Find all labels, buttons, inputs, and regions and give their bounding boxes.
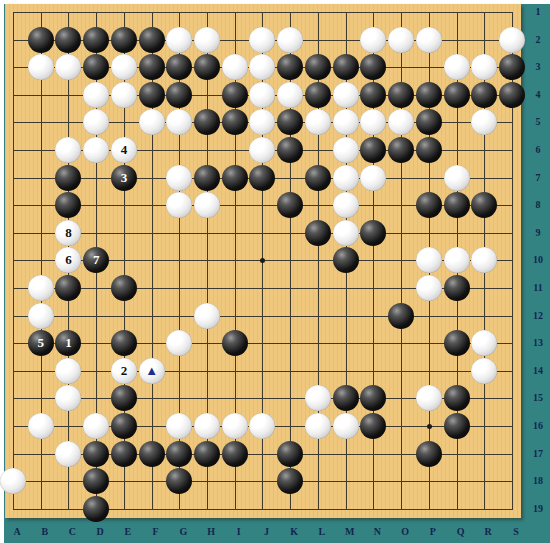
stone-black-L7 [305,165,331,191]
stone-white-C15 [55,385,81,411]
stone-white-G2 [166,27,192,53]
stone-black-N4 [360,82,386,108]
stone-black-D19 [83,496,109,522]
stone-black-Q11 [444,275,470,301]
stone-white-J5 [249,109,275,135]
stone-white-C10: 6 [55,247,81,273]
stone-black-O12 [388,303,414,329]
stone-black-M10 [333,247,359,273]
stone-white-O2 [388,27,414,53]
stone-black-E15 [111,385,137,411]
stone-white-K4 [277,82,303,108]
row-label-18: 18 [528,475,548,486]
row-label-19: 19 [528,503,548,514]
stone-black-P17 [416,441,442,467]
row-label-12: 12 [528,310,548,321]
stone-white-E3 [111,54,137,80]
stone-black-Q8 [444,192,470,218]
column-label-O: O [395,526,415,537]
stone-white-D6 [83,137,109,163]
stone-black-Q15 [444,385,470,411]
stone-black-D2 [83,27,109,53]
row-label-3: 3 [528,61,548,72]
stone-white-C3 [55,54,81,80]
stone-black-Q13 [444,330,470,356]
stone-black-H17 [194,441,220,467]
stone-black-Q16 [444,413,470,439]
row-label-6: 6 [528,144,548,155]
stone-white-B12 [28,303,54,329]
stone-white-S2 [499,27,525,53]
stone-white-N2 [360,27,386,53]
stone-black-S3 [499,54,525,80]
stone-white-M5 [333,109,359,135]
column-label-N: N [367,526,387,537]
row-label-15: 15 [528,392,548,403]
stone-white-J4 [249,82,275,108]
stone-white-C6 [55,137,81,163]
stone-black-K6 [277,137,303,163]
stone-white-K2 [277,27,303,53]
stone-white-F14: ▲ [139,358,165,384]
row-label-8: 8 [528,199,548,210]
stone-white-I16 [222,413,248,439]
stone-black-D17 [83,441,109,467]
stone-white-O5 [388,109,414,135]
stone-white-R10 [471,247,497,273]
stone-black-G18 [166,468,192,494]
column-label-Q: Q [451,526,471,537]
star-point [427,424,432,429]
go-game-screenshot: 43867512▲ ABCDEFGHIJKLMNOPQRS12345678910… [0,0,550,543]
stone-black-E13 [111,330,137,356]
stone-white-P11 [416,275,442,301]
stone-black-C8 [55,192,81,218]
stone-white-R14 [471,358,497,384]
stone-black-P6 [416,137,442,163]
column-label-F: F [146,526,166,537]
row-label-4: 4 [528,89,548,100]
stone-white-R5 [471,109,497,135]
stone-white-M7 [333,165,359,191]
stone-black-N6 [360,137,386,163]
stone-black-E2 [111,27,137,53]
stone-black-K5 [277,109,303,135]
stone-black-N16 [360,413,386,439]
column-label-A: A [7,526,27,537]
row-label-1: 1 [528,6,548,17]
stone-black-P8 [416,192,442,218]
stone-black-D3 [83,54,109,80]
stone-white-B3 [28,54,54,80]
stone-white-H12 [194,303,220,329]
stone-black-C7 [55,165,81,191]
stone-black-K3 [277,54,303,80]
stone-black-E17 [111,441,137,467]
stone-white-R3 [471,54,497,80]
row-label-2: 2 [528,34,548,45]
stone-black-R8 [471,192,497,218]
stone-black-C2 [55,27,81,53]
stone-white-H2 [194,27,220,53]
row-label-11: 11 [528,282,548,293]
stone-white-E6: 4 [111,137,137,163]
stone-white-C17 [55,441,81,467]
column-label-G: G [173,526,193,537]
stone-white-E14: 2 [111,358,137,384]
stone-white-P10 [416,247,442,273]
stone-black-C13: 1 [55,330,81,356]
row-label-10: 10 [528,254,548,265]
stone-white-L16 [305,413,331,439]
stone-black-R4 [471,82,497,108]
go-board[interactable]: 43867512▲ [5,4,521,518]
stone-black-J7 [249,165,275,191]
stone-white-I3 [222,54,248,80]
stone-black-L4 [305,82,331,108]
column-label-P: P [423,526,443,537]
stone-white-P15 [416,385,442,411]
stone-black-K8 [277,192,303,218]
stone-white-M9 [333,220,359,246]
row-label-13: 13 [528,337,548,348]
column-label-B: B [35,526,55,537]
stone-white-M16 [333,413,359,439]
stone-white-N5 [360,109,386,135]
stone-white-L15 [305,385,331,411]
stone-white-A18 [0,468,26,494]
row-label-5: 5 [528,116,548,127]
stone-black-P4 [416,82,442,108]
stone-black-K18 [277,468,303,494]
stone-black-M15 [333,385,359,411]
stone-white-M8 [333,192,359,218]
stone-black-E16 [111,413,137,439]
stone-white-G7 [166,165,192,191]
column-label-K: K [284,526,304,537]
column-label-I: I [229,526,249,537]
stone-white-C14 [55,358,81,384]
grid-line-horizontal [13,316,513,317]
stone-white-J3 [249,54,275,80]
stone-black-C11 [55,275,81,301]
stone-white-G5 [166,109,192,135]
stone-white-H8 [194,192,220,218]
stone-black-H5 [194,109,220,135]
stone-black-F4 [139,82,165,108]
column-label-C: C [62,526,82,537]
stone-white-G13 [166,330,192,356]
stone-black-S4 [499,82,525,108]
stone-black-M3 [333,54,359,80]
stone-black-H7 [194,165,220,191]
stone-black-N3 [360,54,386,80]
stone-white-Q3 [444,54,470,80]
stone-black-L9 [305,220,331,246]
stone-black-D18 [83,468,109,494]
row-label-9: 9 [528,227,548,238]
column-label-J: J [256,526,276,537]
column-label-H: H [201,526,221,537]
stone-white-G16 [166,413,192,439]
stone-white-D5 [83,109,109,135]
stone-white-J2 [249,27,275,53]
stone-white-B11 [28,275,54,301]
stone-black-I5 [222,109,248,135]
stone-white-E4 [111,82,137,108]
stone-black-N9 [360,220,386,246]
row-label-14: 14 [528,365,548,376]
stone-black-K17 [277,441,303,467]
stone-black-E7: 3 [111,165,137,191]
stone-black-G3 [166,54,192,80]
stone-white-Q10 [444,247,470,273]
stone-black-B13: 5 [28,330,54,356]
grid-line-horizontal [13,371,513,372]
stone-black-F3 [139,54,165,80]
stone-white-B16 [28,413,54,439]
stone-black-Q4 [444,82,470,108]
stone-black-G4 [166,82,192,108]
star-point [260,258,265,263]
stone-white-D4 [83,82,109,108]
column-label-E: E [118,526,138,537]
column-label-L: L [312,526,332,537]
stone-white-L5 [305,109,331,135]
stone-white-J6 [249,137,275,163]
column-label-S: S [506,526,526,537]
column-label-D: D [90,526,110,537]
stone-white-R13 [471,330,497,356]
stone-white-N7 [360,165,386,191]
stone-white-C9: 8 [55,220,81,246]
row-label-17: 17 [528,448,548,459]
stone-black-I7 [222,165,248,191]
stone-black-H3 [194,54,220,80]
column-label-M: M [340,526,360,537]
stone-black-F2 [139,27,165,53]
stone-black-I4 [222,82,248,108]
row-label-7: 7 [528,172,548,183]
stone-white-G8 [166,192,192,218]
stone-black-B2 [28,27,54,53]
stone-black-L3 [305,54,331,80]
stone-white-J16 [249,413,275,439]
triangle-marker: ▲ [145,363,158,378]
stone-white-M6 [333,137,359,163]
row-label-16: 16 [528,420,548,431]
stone-black-D10: 7 [83,247,109,273]
stone-black-E11 [111,275,137,301]
stone-white-P2 [416,27,442,53]
stone-black-F17 [139,441,165,467]
stone-black-O4 [388,82,414,108]
stone-black-I13 [222,330,248,356]
stone-black-P5 [416,109,442,135]
stone-black-G17 [166,441,192,467]
stone-black-N15 [360,385,386,411]
stone-white-F5 [139,109,165,135]
grid-line-horizontal [13,343,513,344]
stone-black-O6 [388,137,414,163]
column-label-R: R [478,526,498,537]
stone-white-M4 [333,82,359,108]
stone-white-Q7 [444,165,470,191]
stone-white-H16 [194,413,220,439]
stone-black-I17 [222,441,248,467]
stone-white-D16 [83,413,109,439]
